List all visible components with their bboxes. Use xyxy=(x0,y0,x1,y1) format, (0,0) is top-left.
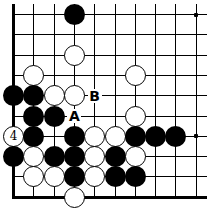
stone-black[interactable] xyxy=(145,126,166,147)
grid-line-vertical xyxy=(155,4,156,199)
stone-white[interactable]: 4 xyxy=(3,126,24,147)
stone-white[interactable] xyxy=(23,146,44,167)
board-bottom-edge xyxy=(12,196,207,199)
stone-white[interactable] xyxy=(125,65,146,86)
stone-black[interactable] xyxy=(125,166,146,187)
stone-white[interactable] xyxy=(105,126,126,147)
point-label-a[interactable]: A xyxy=(67,109,81,123)
stone-black[interactable] xyxy=(3,85,24,106)
stone-white[interactable] xyxy=(125,146,146,167)
stone-black[interactable] xyxy=(44,106,65,127)
stone-black[interactable] xyxy=(44,146,65,167)
stone-white[interactable] xyxy=(84,146,105,167)
go-diagram: 4AB xyxy=(0,0,210,210)
star-point xyxy=(194,13,198,17)
point-label-b[interactable]: B xyxy=(88,89,102,103)
stone-black[interactable] xyxy=(105,146,126,167)
stone-white[interactable] xyxy=(125,106,146,127)
stone-black[interactable] xyxy=(125,126,146,147)
stone-black[interactable] xyxy=(165,126,186,147)
grid-line-horizontal xyxy=(12,55,207,56)
stone-black[interactable] xyxy=(23,85,44,106)
grid-line-vertical xyxy=(196,4,197,199)
stone-white[interactable] xyxy=(44,85,65,106)
stone-black[interactable] xyxy=(64,146,85,167)
stone-white[interactable] xyxy=(64,187,85,208)
star-point xyxy=(194,134,198,138)
stone-black[interactable] xyxy=(105,166,126,187)
stone-white[interactable] xyxy=(44,166,65,187)
stone-black[interactable] xyxy=(64,4,85,25)
stone-white[interactable] xyxy=(64,45,85,66)
stone-white[interactable] xyxy=(64,85,85,106)
stone-black[interactable] xyxy=(64,126,85,147)
stone-white[interactable] xyxy=(23,65,44,86)
stone-white[interactable] xyxy=(23,166,44,187)
go-board[interactable]: 4AB xyxy=(0,0,210,210)
stone-white[interactable] xyxy=(84,166,105,187)
grid-line-horizontal xyxy=(12,34,207,35)
stone-black[interactable] xyxy=(23,106,44,127)
grid-line-vertical xyxy=(175,4,176,199)
stone-black[interactable] xyxy=(3,146,24,167)
grid-line-horizontal xyxy=(12,14,207,15)
stone-white[interactable] xyxy=(84,126,105,147)
stone-black[interactable] xyxy=(23,126,44,147)
stone-black[interactable] xyxy=(64,166,85,187)
stone-move-number: 4 xyxy=(10,130,18,142)
